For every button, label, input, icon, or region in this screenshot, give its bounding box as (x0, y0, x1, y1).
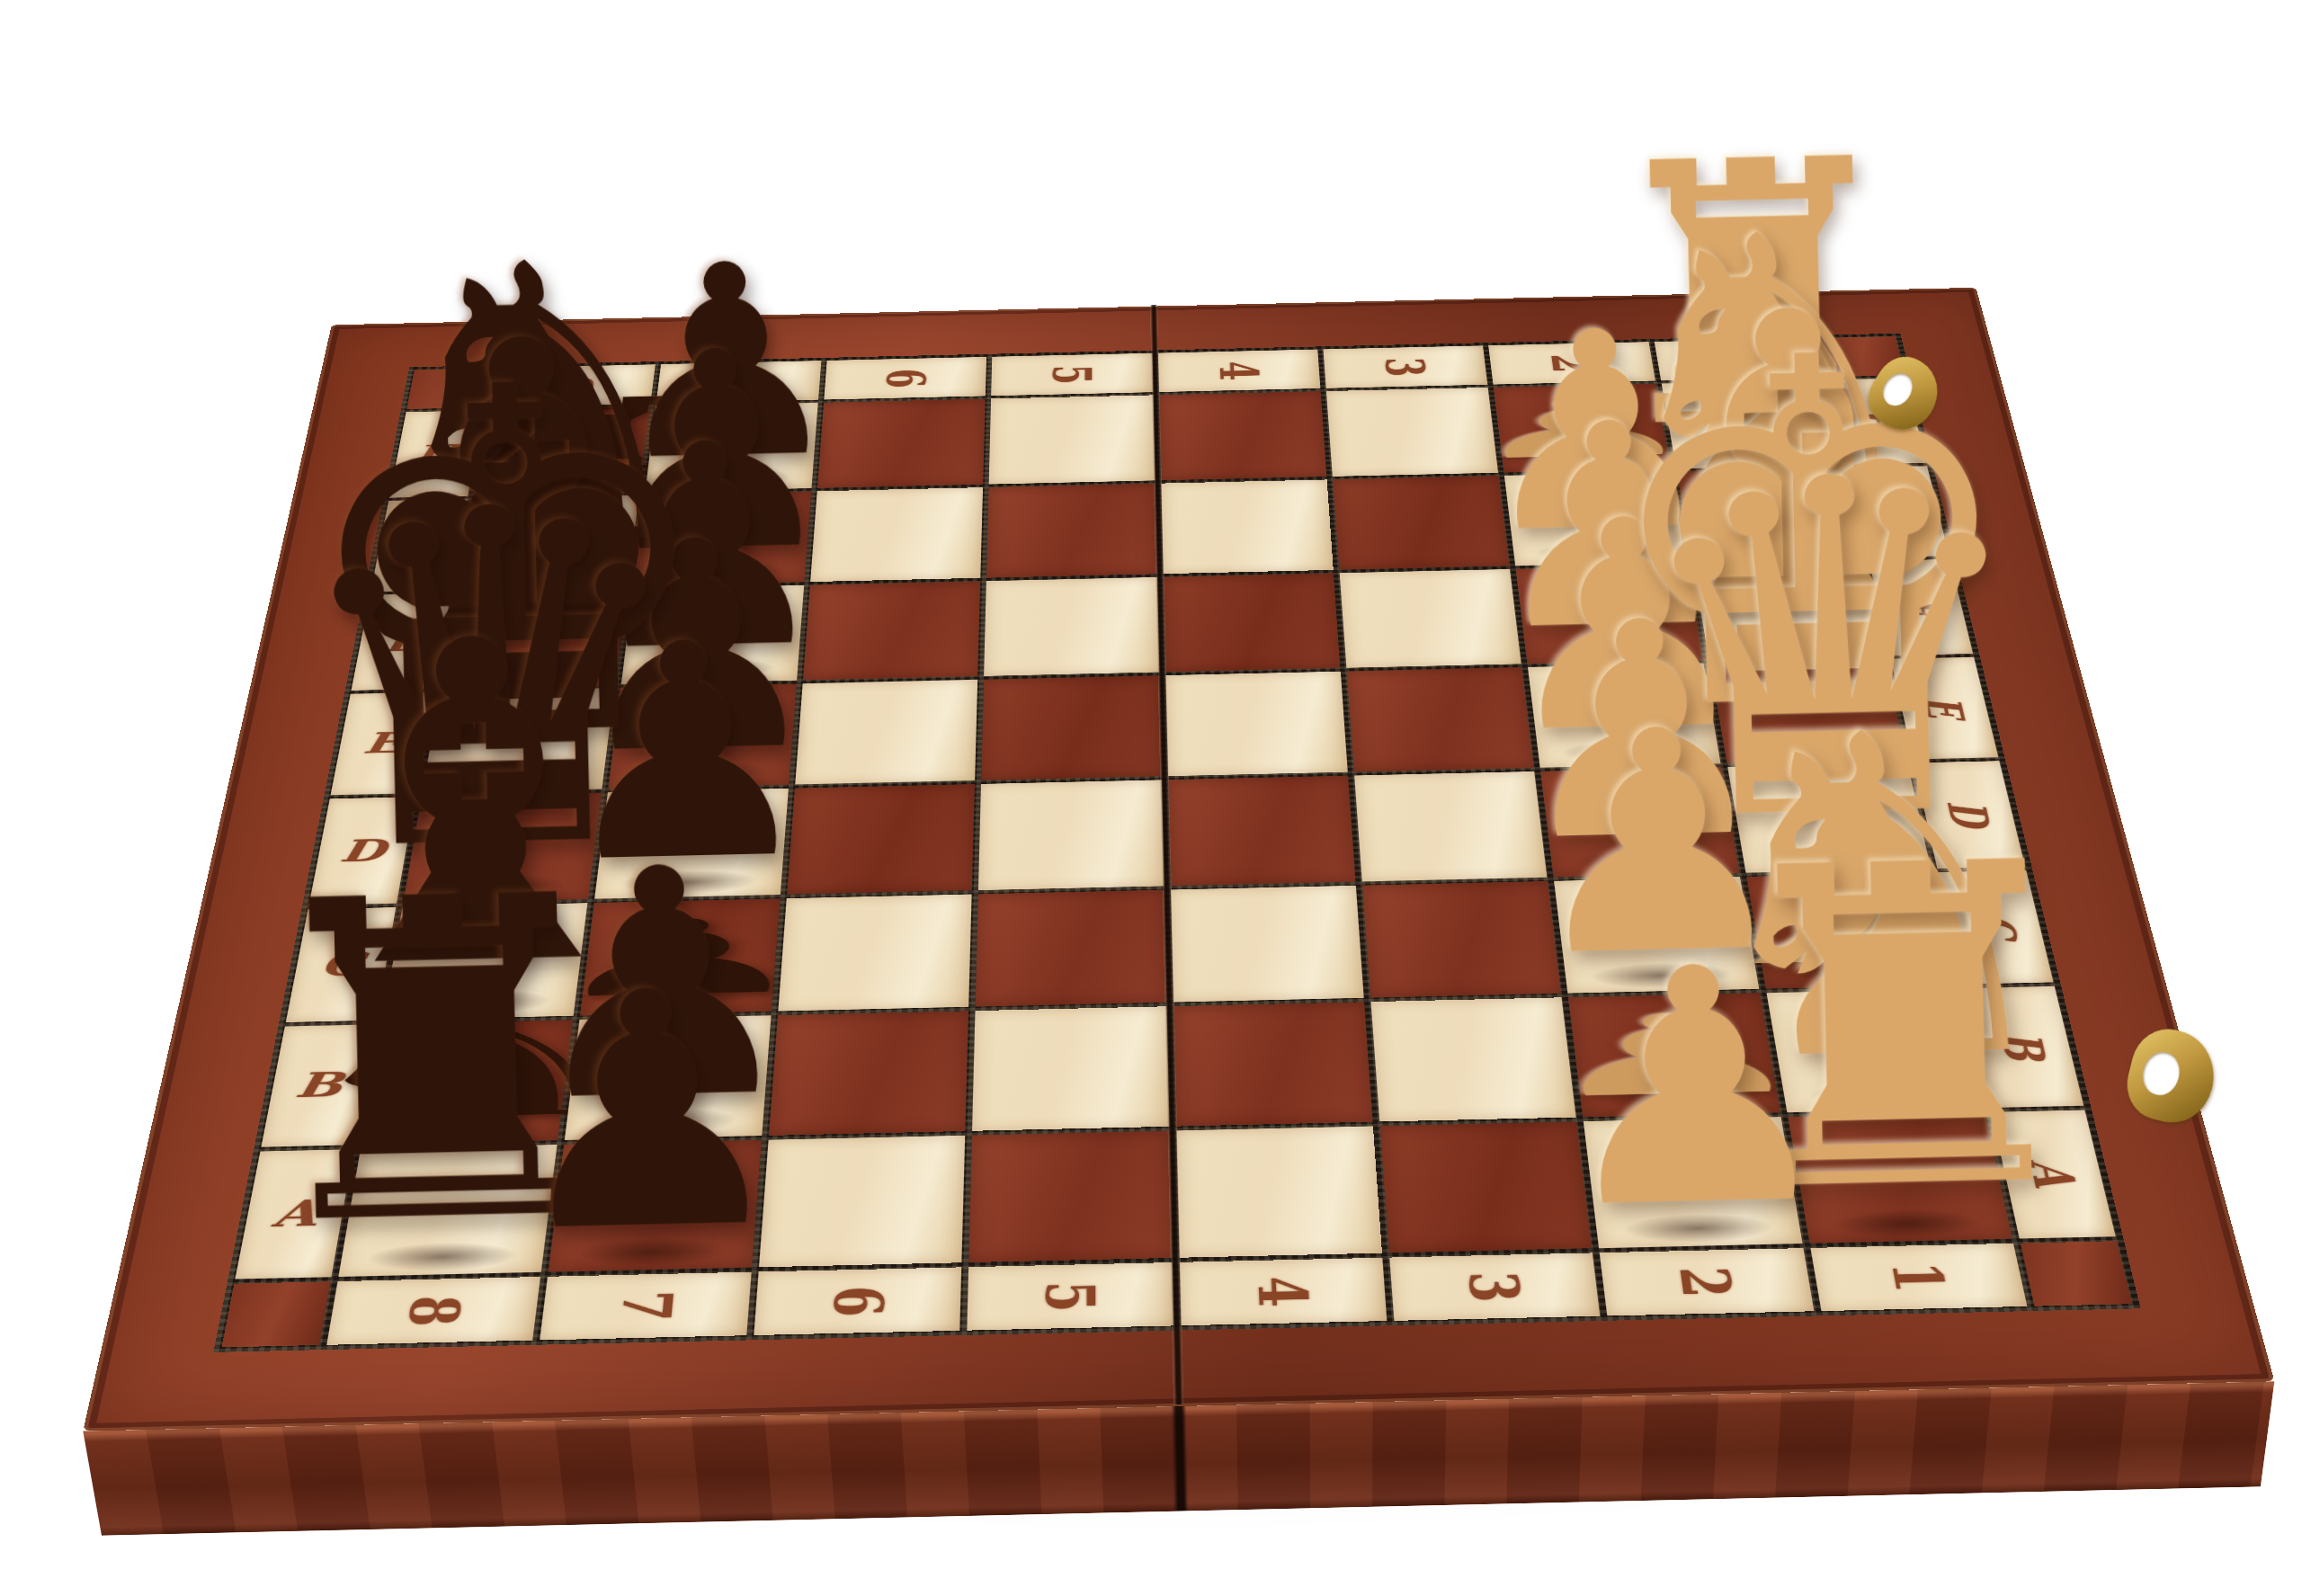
label-text: 1 (1875, 1261, 1960, 1293)
label-text: 4 (1207, 361, 1271, 381)
square-a7[interactable]: ♟ (549, 1140, 762, 1272)
label-text: 5 (1040, 364, 1103, 385)
label-text: 5 (1031, 1280, 1111, 1313)
square-a4[interactable] (1176, 1126, 1382, 1258)
square-a5[interactable] (968, 1130, 1172, 1262)
board-wrapper: 87654321H♜♟♟♜HG♞♟♟♞GF♝♟♟♝FE♚♟♟♚ED♛♟♟♛DC♝… (204, 0, 2126, 1596)
square-f5[interactable] (984, 577, 1159, 676)
label-text: 6 (874, 368, 938, 388)
photo-scene: 87654321H♜♟♟♜HG♞♟♟♞GF♝♟♟♝FE♚♟♟♚ED♛♟♟♛DC♝… (0, 0, 2302, 1596)
clasp-hole (1877, 368, 1918, 412)
square-b4[interactable] (1173, 1002, 1372, 1126)
label-text: 6 (817, 1285, 898, 1317)
rank-label-near-5: 5 (967, 1262, 1173, 1331)
rank-label-near-4: 4 (1179, 1258, 1387, 1326)
label-text: 3 (1373, 357, 1438, 378)
rank-label-near-7: 7 (540, 1272, 752, 1341)
square-c5[interactable] (976, 890, 1166, 1007)
square-e5[interactable] (981, 675, 1161, 780)
square-f4[interactable] (1163, 573, 1340, 672)
clasp-hole (2138, 1048, 2183, 1100)
label-text: 8 (392, 1295, 477, 1327)
square-g4[interactable] (1161, 480, 1334, 574)
piece-white-pawn[interactable]: ♟ (1548, 936, 1844, 1240)
rank-label-near-3: 3 (1389, 1253, 1601, 1320)
square-c4[interactable] (1170, 886, 1363, 1003)
label-text: 4 (1242, 1275, 1323, 1307)
frame-corner (2021, 1241, 2132, 1306)
rank-label-near-1: 1 (1810, 1244, 2027, 1311)
square-c6[interactable] (778, 894, 972, 1011)
rank-label-far-3: 3 (1323, 345, 1487, 388)
square-d5[interactable] (978, 780, 1164, 890)
folding-chess-box: 87654321H♜♟♟♜HG♞♟♟♞GF♝♟♟♝FE♚♟♟♚ED♛♟♟♛DC♝… (83, 288, 2274, 1431)
square-g5[interactable] (986, 484, 1157, 578)
square-h4[interactable] (1158, 391, 1326, 480)
frame-corner (221, 1281, 330, 1347)
rank-label-near-6: 6 (754, 1267, 961, 1335)
square-a2[interactable]: ♟ (1584, 1117, 1802, 1248)
square-e4[interactable] (1165, 672, 1348, 776)
rank-label-near-2: 2 (1600, 1248, 1814, 1315)
piece-black-pawn[interactable]: ♟ (499, 959, 796, 1263)
square-h5[interactable] (989, 395, 1155, 484)
label-text: 3 (1453, 1271, 1536, 1303)
square-b5[interactable] (972, 1006, 1169, 1130)
rank-label-far-5: 5 (991, 353, 1153, 396)
rank-label-near-8: 8 (326, 1277, 540, 1345)
rank-label-far-4: 4 (1157, 350, 1320, 392)
rank-label-far-6: 6 (824, 357, 986, 400)
label-text: 7 (605, 1289, 688, 1322)
square-d4[interactable] (1168, 775, 1356, 886)
label-text: 2 (1664, 1266, 1749, 1298)
